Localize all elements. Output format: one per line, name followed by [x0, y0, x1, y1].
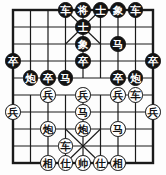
- piece-red-cannon[interactable]: 炮: [75, 121, 91, 137]
- piece-black-chariot[interactable]: 车: [128, 2, 144, 18]
- piece-red-advisor[interactable]: 仕: [58, 155, 74, 171]
- piece-red-soldier[interactable]: 兵: [145, 104, 161, 120]
- piece-black-cannon[interactable]: 炮: [23, 70, 39, 86]
- piece-red-soldier[interactable]: 兵: [75, 87, 91, 103]
- piece-black-general[interactable]: 将: [75, 2, 91, 18]
- piece-black-soldier[interactable]: 卒: [5, 53, 21, 69]
- piece-black-elephant[interactable]: 象: [75, 36, 91, 52]
- piece-black-horse[interactable]: 马: [58, 70, 74, 86]
- piece-red-chariot[interactable]: 车: [58, 138, 74, 154]
- piece-red-horse[interactable]: 马: [75, 104, 91, 120]
- piece-black-soldier[interactable]: 卒: [75, 53, 91, 69]
- piece-red-cannon[interactable]: 炮: [40, 121, 56, 137]
- piece-red-elephant[interactable]: 相: [40, 155, 56, 171]
- piece-black-elephant[interactable]: 象: [110, 2, 126, 18]
- piece-red-advisor[interactable]: 仕: [93, 155, 109, 171]
- piece-red-horse[interactable]: 马: [110, 121, 126, 137]
- piece-grid: 车将士象车士象马卒卒卒炮卒马卒炮兵兵兵车兵马兵炮炮马车相仕帅仕相: [4, 2, 162, 172]
- piece-black-horse[interactable]: 马: [110, 36, 126, 52]
- piece-black-soldier[interactable]: 卒: [40, 70, 56, 86]
- piece-black-cannon[interactable]: 炮: [128, 70, 144, 86]
- piece-red-elephant[interactable]: 相: [110, 155, 126, 171]
- piece-red-soldier[interactable]: 兵: [110, 87, 126, 103]
- piece-black-advisor[interactable]: 士: [93, 2, 109, 18]
- piece-red-general[interactable]: 帅: [75, 155, 91, 171]
- piece-black-soldier[interactable]: 卒: [110, 70, 126, 86]
- piece-black-advisor[interactable]: 士: [75, 19, 91, 35]
- piece-black-chariot[interactable]: 车: [58, 2, 74, 18]
- piece-red-soldier[interactable]: 兵: [5, 104, 21, 120]
- piece-red-chariot[interactable]: 车: [128, 87, 144, 103]
- piece-red-soldier[interactable]: 兵: [40, 87, 56, 103]
- piece-black-soldier[interactable]: 卒: [145, 53, 161, 69]
- xiangqi-board: 车将士象车士象马卒卒卒炮卒马卒炮兵兵兵车兵马兵炮炮马车相仕帅仕相: [0, 0, 166, 175]
